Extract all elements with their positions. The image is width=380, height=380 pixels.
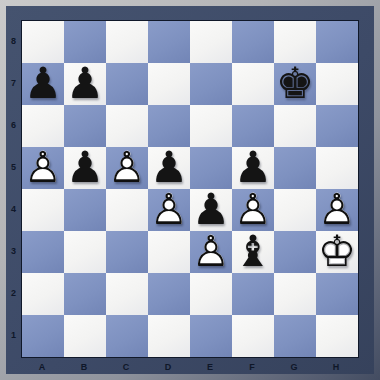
rank-label-6: 6 xyxy=(6,104,21,146)
square-h7[interactable] xyxy=(316,63,358,105)
white-piece-outline: ♙ xyxy=(232,188,274,230)
white-piece-outline: ♙ xyxy=(148,188,190,230)
square-b2[interactable] xyxy=(64,273,106,315)
square-c4[interactable] xyxy=(106,189,148,231)
square-d7[interactable] xyxy=(148,63,190,105)
piece-black-king-g7[interactable]: ♚ xyxy=(274,63,316,105)
square-f5[interactable]: ♟ xyxy=(232,147,274,189)
square-e5[interactable] xyxy=(190,147,232,189)
square-d4[interactable]: ♟♙ xyxy=(148,189,190,231)
white-piece-outline: ♔ xyxy=(316,230,358,272)
piece-white-pawn-c5[interactable]: ♟♙ xyxy=(106,147,148,189)
rank-label-7: 7 xyxy=(6,62,21,104)
rank-label-5: 5 xyxy=(6,146,21,188)
piece-white-pawn-e3[interactable]: ♟♙ xyxy=(190,231,232,273)
file-label-h: H xyxy=(315,359,357,374)
square-b6[interactable] xyxy=(64,105,106,147)
square-c7[interactable] xyxy=(106,63,148,105)
file-label-c: C xyxy=(105,359,147,374)
square-d6[interactable] xyxy=(148,105,190,147)
square-a7[interactable]: ♟ xyxy=(22,63,64,105)
rank-label-4: 4 xyxy=(6,188,21,230)
rank-label-2: 2 xyxy=(6,272,21,314)
square-a8[interactable] xyxy=(22,21,64,63)
square-e6[interactable] xyxy=(190,105,232,147)
square-g6[interactable] xyxy=(274,105,316,147)
square-e3[interactable]: ♟♙ xyxy=(190,231,232,273)
white-piece-outline: ♙ xyxy=(22,146,64,188)
square-a5[interactable]: ♟♙ xyxy=(22,147,64,189)
white-piece-outline: ♙ xyxy=(106,146,148,188)
black-piece-glyph: ♟ xyxy=(64,146,106,188)
square-h3[interactable]: ♚♔ xyxy=(316,231,358,273)
square-g5[interactable] xyxy=(274,147,316,189)
square-g1[interactable] xyxy=(274,315,316,357)
square-f6[interactable] xyxy=(232,105,274,147)
square-a1[interactable] xyxy=(22,315,64,357)
square-g2[interactable] xyxy=(274,273,316,315)
black-piece-glyph: ♟ xyxy=(148,146,190,188)
square-f8[interactable] xyxy=(232,21,274,63)
square-e8[interactable] xyxy=(190,21,232,63)
rank-label-3: 3 xyxy=(6,230,21,272)
piece-black-pawn-b5[interactable]: ♟ xyxy=(64,147,106,189)
square-f1[interactable] xyxy=(232,315,274,357)
square-h5[interactable] xyxy=(316,147,358,189)
square-b1[interactable] xyxy=(64,315,106,357)
piece-white-pawn-a5[interactable]: ♟♙ xyxy=(22,147,64,189)
square-b8[interactable] xyxy=(64,21,106,63)
piece-black-pawn-e4[interactable]: ♟ xyxy=(190,189,232,231)
file-label-g: G xyxy=(273,359,315,374)
square-a4[interactable] xyxy=(22,189,64,231)
file-label-e: E xyxy=(189,359,231,374)
square-f2[interactable] xyxy=(232,273,274,315)
piece-black-pawn-b7[interactable]: ♟ xyxy=(64,63,106,105)
piece-white-pawn-h4[interactable]: ♟♙ xyxy=(316,189,358,231)
file-label-a: A xyxy=(21,359,63,374)
file-label-f: F xyxy=(231,359,273,374)
square-g7[interactable]: ♚ xyxy=(274,63,316,105)
piece-white-pawn-d4[interactable]: ♟♙ xyxy=(148,189,190,231)
rank-label-8: 8 xyxy=(6,20,21,62)
square-d8[interactable] xyxy=(148,21,190,63)
piece-black-pawn-a7[interactable]: ♟ xyxy=(22,63,64,105)
square-f7[interactable] xyxy=(232,63,274,105)
black-piece-glyph: ♟ xyxy=(22,62,64,104)
square-c8[interactable] xyxy=(106,21,148,63)
white-piece-outline: ♙ xyxy=(316,188,358,230)
black-piece-glyph: ♝ xyxy=(232,230,274,272)
square-b3[interactable] xyxy=(64,231,106,273)
square-a6[interactable] xyxy=(22,105,64,147)
file-label-b: B xyxy=(63,359,105,374)
chessboard: ♟♟♚♟♙♟♟♙♟♟♟♙♟♟♙♟♙♟♙♝♚♔ xyxy=(21,20,359,358)
square-e1[interactable] xyxy=(190,315,232,357)
square-d2[interactable] xyxy=(148,273,190,315)
square-g4[interactable] xyxy=(274,189,316,231)
square-c6[interactable] xyxy=(106,105,148,147)
square-d1[interactable] xyxy=(148,315,190,357)
square-f3[interactable]: ♝ xyxy=(232,231,274,273)
square-g3[interactable] xyxy=(274,231,316,273)
rank-label-1: 1 xyxy=(6,314,21,356)
piece-white-king-h3[interactable]: ♚♔ xyxy=(316,231,358,273)
piece-white-pawn-f4[interactable]: ♟♙ xyxy=(232,189,274,231)
board-border-area: ♟♟♚♟♙♟♟♙♟♟♟♙♟♟♙♟♙♟♙♝♚♔ 87654321 ABCDEFGH xyxy=(6,6,374,374)
file-label-d: D xyxy=(147,359,189,374)
square-g8[interactable] xyxy=(274,21,316,63)
square-d3[interactable] xyxy=(148,231,190,273)
square-b4[interactable] xyxy=(64,189,106,231)
square-e4[interactable]: ♟ xyxy=(190,189,232,231)
square-c2[interactable] xyxy=(106,273,148,315)
square-h1[interactable] xyxy=(316,315,358,357)
piece-black-bishop-f3[interactable]: ♝ xyxy=(232,231,274,273)
square-c5[interactable]: ♟♙ xyxy=(106,147,148,189)
black-piece-glyph: ♚ xyxy=(274,62,316,104)
square-e7[interactable] xyxy=(190,63,232,105)
square-c3[interactable] xyxy=(106,231,148,273)
square-d5[interactable]: ♟ xyxy=(148,147,190,189)
chessboard-frame: ♟♟♚♟♙♟♟♙♟♟♟♙♟♟♙♟♙♟♙♝♚♔ 87654321 ABCDEFGH xyxy=(0,0,380,380)
square-e2[interactable] xyxy=(190,273,232,315)
square-c1[interactable] xyxy=(106,315,148,357)
square-a2[interactable] xyxy=(22,273,64,315)
piece-black-pawn-f5[interactable]: ♟ xyxy=(232,147,274,189)
square-h2[interactable] xyxy=(316,273,358,315)
square-h4[interactable]: ♟♙ xyxy=(316,189,358,231)
square-h6[interactable] xyxy=(316,105,358,147)
square-f4[interactable]: ♟♙ xyxy=(232,189,274,231)
square-a3[interactable] xyxy=(22,231,64,273)
square-h8[interactable] xyxy=(316,21,358,63)
square-b5[interactable]: ♟ xyxy=(64,147,106,189)
piece-black-pawn-d5[interactable]: ♟ xyxy=(148,147,190,189)
black-piece-glyph: ♟ xyxy=(64,62,106,104)
black-piece-glyph: ♟ xyxy=(232,146,274,188)
square-b7[interactable]: ♟ xyxy=(64,63,106,105)
black-piece-glyph: ♟ xyxy=(190,188,232,230)
white-piece-outline: ♙ xyxy=(190,230,232,272)
